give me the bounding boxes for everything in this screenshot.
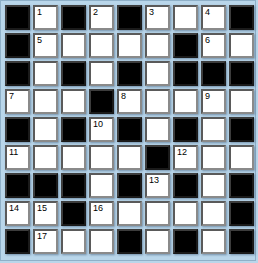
white-cell-r0c6[interactable] — [173, 5, 198, 30]
white-cell-r1c8[interactable] — [229, 33, 254, 58]
black-cell-r0c2 — [61, 5, 86, 30]
white-cell-r1c2[interactable] — [61, 33, 86, 58]
clue-number-13: 13 — [149, 175, 159, 185]
white-cell-r7c4[interactable] — [117, 201, 142, 226]
white-cell-r2c5[interactable] — [145, 61, 170, 86]
white-cell-r7c7[interactable] — [201, 201, 226, 226]
white-cell-r8c1[interactable]: 17 — [33, 229, 58, 254]
clue-number-5: 5 — [37, 35, 42, 45]
white-cell-r4c1[interactable] — [33, 117, 58, 142]
white-cell-r7c1[interactable]: 15 — [33, 201, 58, 226]
clue-number-9: 9 — [205, 91, 210, 101]
puzzle-frame: 1234567891011121314151617 — [0, 0, 256, 261]
clue-number-6: 6 — [205, 35, 210, 45]
black-cell-r6c4 — [117, 173, 142, 198]
black-cell-r8c4 — [117, 229, 142, 254]
clue-number-16: 16 — [93, 203, 103, 213]
black-cell-r4c4 — [117, 117, 142, 142]
white-cell-r2c3[interactable] — [89, 61, 114, 86]
black-cell-r6c1 — [33, 173, 58, 198]
white-cell-r8c2[interactable] — [61, 229, 86, 254]
black-cell-r7c8 — [229, 201, 254, 226]
white-cell-r1c4[interactable] — [117, 33, 142, 58]
white-cell-r5c7[interactable] — [201, 145, 226, 170]
clue-number-1: 1 — [37, 7, 42, 17]
black-cell-r0c8 — [229, 5, 254, 30]
white-cell-r0c3[interactable]: 2 — [89, 5, 114, 30]
clue-number-12: 12 — [177, 147, 187, 157]
black-cell-r1c0 — [5, 33, 30, 58]
white-cell-r5c4[interactable] — [117, 145, 142, 170]
black-cell-r2c4 — [117, 61, 142, 86]
black-cell-r8c6 — [173, 229, 198, 254]
white-cell-r6c3[interactable] — [89, 173, 114, 198]
black-cell-r6c8 — [229, 173, 254, 198]
white-cell-r0c5[interactable]: 3 — [145, 5, 170, 30]
black-cell-r4c8 — [229, 117, 254, 142]
clue-number-3: 3 — [149, 7, 154, 17]
clue-number-17: 17 — [37, 231, 47, 241]
white-cell-r5c8[interactable] — [229, 145, 254, 170]
black-cell-r1c6 — [173, 33, 198, 58]
black-cell-r2c6 — [173, 61, 198, 86]
white-cell-r3c5[interactable] — [145, 89, 170, 114]
white-cell-r8c7[interactable] — [201, 229, 226, 254]
black-cell-r8c8 — [229, 229, 254, 254]
black-cell-r2c8 — [229, 61, 254, 86]
white-cell-r3c0[interactable]: 7 — [5, 89, 30, 114]
white-cell-r3c4[interactable]: 8 — [117, 89, 142, 114]
black-cell-r4c0 — [5, 117, 30, 142]
white-cell-r3c7[interactable]: 9 — [201, 89, 226, 114]
white-cell-r0c7[interactable]: 4 — [201, 5, 226, 30]
white-cell-r4c3[interactable]: 10 — [89, 117, 114, 142]
black-cell-r5c5 — [145, 145, 170, 170]
white-cell-r8c5[interactable] — [145, 229, 170, 254]
clue-number-2: 2 — [93, 7, 98, 17]
white-cell-r1c5[interactable] — [145, 33, 170, 58]
white-cell-r1c3[interactable] — [89, 33, 114, 58]
white-cell-r4c7[interactable] — [201, 117, 226, 142]
black-cell-r6c0 — [5, 173, 30, 198]
black-cell-r4c2 — [61, 117, 86, 142]
white-cell-r6c7[interactable] — [201, 173, 226, 198]
clue-number-4: 4 — [205, 7, 210, 17]
black-cell-r6c6 — [173, 173, 198, 198]
white-cell-r5c0[interactable]: 11 — [5, 145, 30, 170]
black-cell-r6c2 — [61, 173, 86, 198]
clue-number-14: 14 — [9, 203, 19, 213]
white-cell-r3c1[interactable] — [33, 89, 58, 114]
black-cell-r0c0 — [5, 5, 30, 30]
white-cell-r0c1[interactable]: 1 — [33, 5, 58, 30]
black-cell-r2c7 — [201, 61, 226, 86]
black-cell-r0c4 — [117, 5, 142, 30]
white-cell-r5c2[interactable] — [61, 145, 86, 170]
white-cell-r8c3[interactable] — [89, 229, 114, 254]
white-cell-r3c2[interactable] — [61, 89, 86, 114]
black-cell-r4c6 — [173, 117, 198, 142]
white-cell-r1c7[interactable]: 6 — [201, 33, 226, 58]
white-cell-r4c5[interactable] — [145, 117, 170, 142]
black-cell-r8c0 — [5, 229, 30, 254]
black-cell-r3c3 — [89, 89, 114, 114]
white-cell-r7c6[interactable] — [173, 201, 198, 226]
white-cell-r6c5[interactable]: 13 — [145, 173, 170, 198]
clue-number-10: 10 — [93, 119, 103, 129]
clue-number-15: 15 — [37, 203, 47, 213]
white-cell-r1c1[interactable]: 5 — [33, 33, 58, 58]
white-cell-r2c1[interactable] — [33, 61, 58, 86]
black-cell-r7c2 — [61, 201, 86, 226]
white-cell-r7c5[interactable] — [145, 201, 170, 226]
crossword-grid: 1234567891011121314151617 — [1, 1, 258, 258]
white-cell-r7c3[interactable]: 16 — [89, 201, 114, 226]
black-cell-r2c2 — [61, 61, 86, 86]
white-cell-r5c3[interactable] — [89, 145, 114, 170]
white-cell-r3c8[interactable] — [229, 89, 254, 114]
white-cell-r5c6[interactable]: 12 — [173, 145, 198, 170]
black-cell-r2c0 — [5, 61, 30, 86]
white-cell-r3c6[interactable] — [173, 89, 198, 114]
clue-number-11: 11 — [9, 147, 18, 157]
white-cell-r5c1[interactable] — [33, 145, 58, 170]
clue-number-8: 8 — [121, 91, 126, 101]
white-cell-r7c0[interactable]: 14 — [5, 201, 30, 226]
clue-number-7: 7 — [9, 91, 14, 101]
